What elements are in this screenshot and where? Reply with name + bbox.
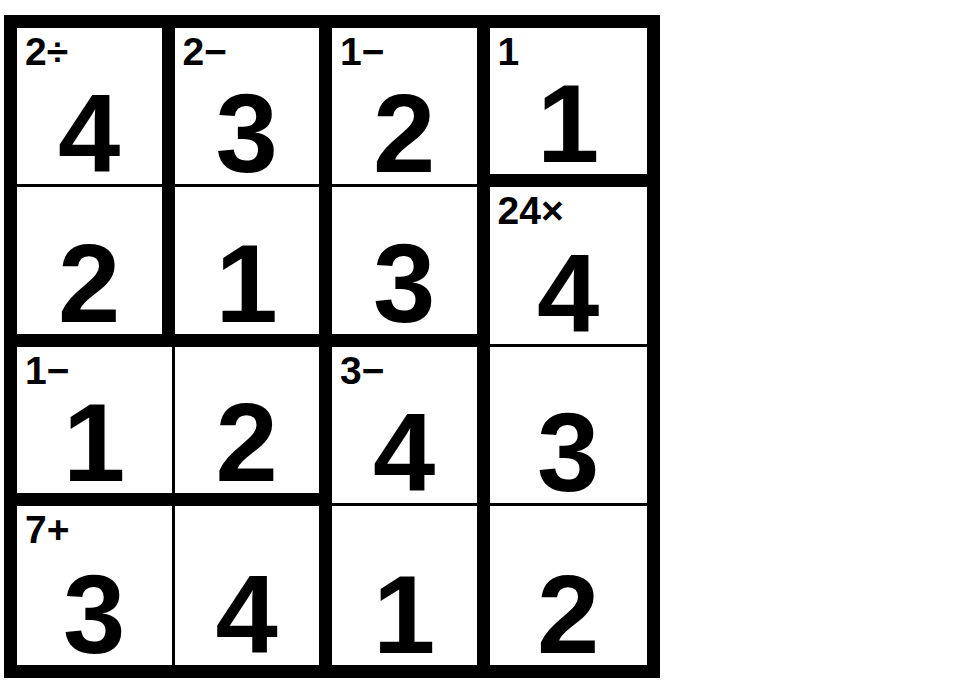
cage-clue: 2÷ — [25, 32, 68, 71]
grid-cell-r0c0[interactable]: 2÷4 — [17, 28, 175, 187]
cell-value: 3 — [175, 88, 320, 180]
grid-cell-r2c1[interactable]: 2 — [175, 347, 333, 506]
cell-value: 2 — [175, 397, 320, 489]
cell-value: 1 — [332, 569, 477, 661]
grid-cell-r1c0[interactable]: 2 — [17, 187, 175, 346]
grid-cell-r3c1[interactable]: 4 — [175, 506, 333, 665]
cage-clue: 3− — [340, 351, 384, 390]
cell-value: 3 — [17, 569, 172, 661]
grid-cell-r1c3[interactable]: 24×4 — [490, 187, 648, 346]
cell-value: 3 — [332, 238, 477, 330]
cell-value: 3 — [490, 407, 648, 499]
kenken-board: 2÷42−31−21121324×41−123−437+3412 — [4, 15, 660, 678]
cell-value: 4 — [490, 248, 648, 340]
grid-cell-r1c1[interactable]: 1 — [175, 187, 333, 346]
cell-value: 1 — [490, 78, 648, 170]
grid-cell-r0c1[interactable]: 2−3 — [175, 28, 333, 187]
cell-value: 2 — [490, 569, 648, 661]
grid-cell-r2c0[interactable]: 1−1 — [17, 347, 175, 506]
cell-value: 2 — [332, 88, 477, 180]
cell-value: 4 — [17, 88, 162, 180]
grid-cell-r1c2[interactable]: 3 — [332, 187, 490, 346]
grid-cell-r3c3[interactable]: 2 — [490, 506, 648, 665]
grid-cell-r3c0[interactable]: 7+3 — [17, 506, 175, 665]
grid-cell-r0c3[interactable]: 11 — [490, 28, 648, 187]
grid-cell-r2c3[interactable]: 3 — [490, 347, 648, 506]
cage-clue: 1 — [498, 32, 520, 71]
page: 2÷42−31−21121324×41−123−437+3412 — [0, 0, 960, 686]
cage-clue: 7+ — [25, 510, 69, 549]
cell-value: 1 — [17, 397, 172, 489]
cell-value: 4 — [332, 407, 477, 499]
cage-clue: 2− — [183, 32, 227, 71]
cell-value: 4 — [175, 569, 320, 661]
cell-value: 1 — [175, 238, 320, 330]
cell-value: 2 — [17, 238, 162, 330]
cage-clue: 1− — [340, 32, 384, 71]
cage-clue: 24× — [498, 191, 564, 230]
grid-cell-r3c2[interactable]: 1 — [332, 506, 490, 665]
grid-cell-r2c2[interactable]: 3−4 — [332, 347, 490, 506]
grid-cell-r0c2[interactable]: 1−2 — [332, 28, 490, 187]
